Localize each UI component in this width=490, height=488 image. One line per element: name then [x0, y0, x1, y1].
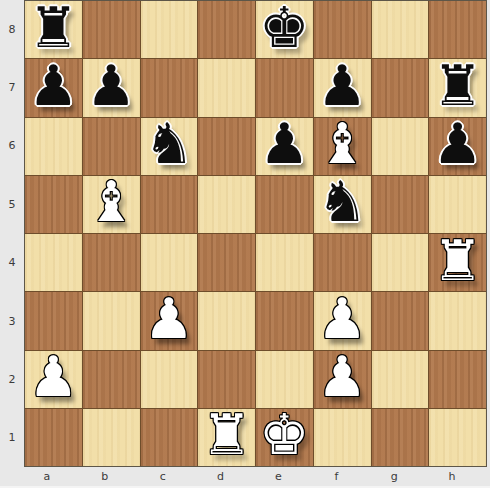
square-g1[interactable] — [372, 409, 429, 466]
piece-black-rook[interactable]: ♜ — [28, 0, 78, 56]
square-a3[interactable] — [25, 292, 82, 349]
rank-label-4: 4 — [0, 234, 24, 292]
square-g6[interactable] — [372, 118, 429, 175]
piece-black-pawn[interactable]: ♟ — [433, 116, 483, 172]
square-d5[interactable] — [198, 176, 255, 233]
file-label-b: b — [76, 467, 134, 488]
square-b1[interactable] — [83, 409, 140, 466]
rank-label-7: 7 — [0, 58, 24, 116]
square-c7[interactable] — [141, 59, 198, 116]
square-b3[interactable] — [83, 292, 140, 349]
square-e3[interactable] — [256, 292, 313, 349]
piece-white-bishop[interactable]: ♝ — [317, 116, 367, 172]
rank-label-6: 6 — [0, 117, 24, 175]
square-d7[interactable] — [198, 59, 255, 116]
square-d8[interactable] — [198, 1, 255, 58]
square-h2[interactable] — [429, 351, 486, 408]
square-d2[interactable] — [198, 351, 255, 408]
square-f5[interactable]: ♞ — [314, 176, 371, 233]
file-label-f: f — [307, 467, 365, 488]
square-e7[interactable] — [256, 59, 313, 116]
square-c1[interactable] — [141, 409, 198, 466]
piece-black-pawn[interactable]: ♟ — [317, 58, 367, 114]
square-h8[interactable] — [429, 1, 486, 58]
piece-white-rook[interactable]: ♜ — [202, 407, 252, 463]
square-a6[interactable] — [25, 118, 82, 175]
square-h6[interactable]: ♟ — [429, 118, 486, 175]
square-a4[interactable] — [25, 234, 82, 291]
piece-white-pawn[interactable]: ♟ — [144, 291, 194, 347]
square-a5[interactable] — [25, 176, 82, 233]
square-b6[interactable] — [83, 118, 140, 175]
piece-black-pawn[interactable]: ♟ — [259, 116, 309, 172]
chess-app-window: 87654321 ♜♚♟♟♟♜♞♟♝♟♝♞♜♟♟♟♟♜♚ abcdefgh — [0, 0, 490, 488]
square-a7[interactable]: ♟ — [25, 59, 82, 116]
square-g4[interactable] — [372, 234, 429, 291]
rank-label-2: 2 — [0, 350, 24, 408]
piece-white-pawn[interactable]: ♟ — [28, 349, 78, 405]
square-b2[interactable] — [83, 351, 140, 408]
square-h7[interactable]: ♜ — [429, 59, 486, 116]
piece-black-knight[interactable]: ♞ — [317, 174, 367, 230]
square-e2[interactable] — [256, 351, 313, 408]
square-c4[interactable] — [141, 234, 198, 291]
square-c3[interactable]: ♟ — [141, 292, 198, 349]
file-label-h: h — [423, 467, 481, 488]
square-h1[interactable] — [429, 409, 486, 466]
square-f6[interactable]: ♝ — [314, 118, 371, 175]
file-label-a: a — [18, 467, 76, 488]
square-g2[interactable] — [372, 351, 429, 408]
square-d4[interactable] — [198, 234, 255, 291]
square-f1[interactable] — [314, 409, 371, 466]
piece-white-king[interactable]: ♚ — [259, 407, 309, 463]
piece-white-pawn[interactable]: ♟ — [317, 349, 367, 405]
square-h4[interactable]: ♜ — [429, 234, 486, 291]
square-e5[interactable] — [256, 176, 313, 233]
piece-black-king[interactable]: ♚ — [259, 0, 309, 56]
file-label-c: c — [134, 467, 192, 488]
square-a8[interactable]: ♜ — [25, 1, 82, 58]
file-label-e: e — [250, 467, 308, 488]
square-d6[interactable] — [198, 118, 255, 175]
square-a2[interactable]: ♟ — [25, 351, 82, 408]
piece-white-bishop[interactable]: ♝ — [86, 174, 136, 230]
piece-black-pawn[interactable]: ♟ — [86, 58, 136, 114]
square-g7[interactable] — [372, 59, 429, 116]
square-f3[interactable]: ♟ — [314, 292, 371, 349]
square-h5[interactable] — [429, 176, 486, 233]
piece-black-knight[interactable]: ♞ — [144, 116, 194, 172]
square-d3[interactable] — [198, 292, 255, 349]
rank-label-8: 8 — [0, 0, 24, 58]
square-c2[interactable] — [141, 351, 198, 408]
piece-black-rook[interactable]: ♜ — [433, 58, 483, 114]
rank-label-1: 1 — [0, 409, 24, 467]
rank-label-5: 5 — [0, 175, 24, 233]
square-b8[interactable] — [83, 1, 140, 58]
square-e4[interactable] — [256, 234, 313, 291]
square-e6[interactable]: ♟ — [256, 118, 313, 175]
square-f4[interactable] — [314, 234, 371, 291]
piece-white-rook[interactable]: ♜ — [433, 233, 483, 289]
file-labels: abcdefgh — [24, 467, 487, 488]
square-c8[interactable] — [141, 1, 198, 58]
file-label-g: g — [365, 467, 423, 488]
square-d1[interactable]: ♜ — [198, 409, 255, 466]
square-g3[interactable] — [372, 292, 429, 349]
rank-label-3: 3 — [0, 292, 24, 350]
square-b7[interactable]: ♟ — [83, 59, 140, 116]
file-label-d: d — [192, 467, 250, 488]
chess-board: ♜♚♟♟♟♜♞♟♝♟♝♞♜♟♟♟♟♜♚ — [24, 0, 487, 467]
square-b5[interactable]: ♝ — [83, 176, 140, 233]
square-h3[interactable] — [429, 292, 486, 349]
piece-white-pawn[interactable]: ♟ — [317, 291, 367, 347]
square-g5[interactable] — [372, 176, 429, 233]
square-a1[interactable] — [25, 409, 82, 466]
square-c5[interactable] — [141, 176, 198, 233]
square-f7[interactable]: ♟ — [314, 59, 371, 116]
square-f8[interactable] — [314, 1, 371, 58]
square-e1[interactable]: ♚ — [256, 409, 313, 466]
square-c6[interactable]: ♞ — [141, 118, 198, 175]
square-f2[interactable]: ♟ — [314, 351, 371, 408]
square-e8[interactable]: ♚ — [256, 1, 313, 58]
square-b4[interactable] — [83, 234, 140, 291]
piece-black-pawn[interactable]: ♟ — [28, 58, 78, 114]
square-g8[interactable] — [372, 1, 429, 58]
rank-labels: 87654321 — [0, 0, 24, 467]
